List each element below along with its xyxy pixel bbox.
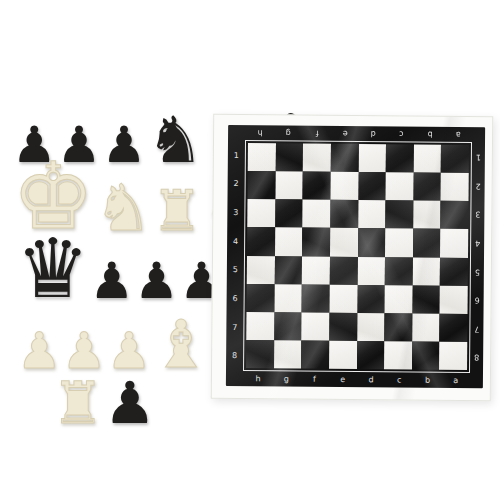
chess-piece-black-pawn: ♟ — [104, 380, 156, 428]
coordinate-label: 5 — [471, 258, 484, 287]
chess-piece-white-rook: ♜ — [152, 188, 202, 234]
board-square-d3 — [358, 200, 386, 228]
coordinate-label: d — [359, 127, 387, 140]
chess-piece-white-bishop: ♝ — [151, 318, 210, 372]
coordinate-label: 1 — [230, 141, 243, 170]
coordinate-label: 4 — [229, 227, 242, 256]
board-square-e4 — [330, 228, 358, 256]
coordinate-label: 7 — [470, 315, 483, 344]
product-photo: ♟♟♟♞♞♝♜ ♚♞♜♞♝♟♟♟ ♛♟♟♟♚♟♜♝ ♟♟♟♝♛♟♟ ♜♟ hgf… — [0, 0, 500, 500]
coordinate-label: d — [357, 373, 385, 386]
coordinate-label: 5 — [229, 255, 242, 284]
board-square-a7 — [440, 314, 468, 342]
board-square-d4 — [358, 228, 386, 256]
board-square-c1 — [386, 144, 414, 172]
board-square-d6 — [357, 285, 385, 313]
board-square-c4 — [385, 229, 413, 257]
coordinate-label: g — [272, 372, 300, 385]
board-square-f4 — [302, 228, 330, 256]
board-square-d2 — [358, 172, 386, 200]
coordinate-label: a — [444, 128, 472, 141]
board-square-h2 — [248, 171, 276, 199]
board-square-g3 — [275, 200, 303, 228]
board-square-g5 — [274, 256, 302, 284]
coordinate-label: 4 — [471, 229, 484, 258]
board-square-c5 — [385, 257, 413, 285]
board-square-f6 — [302, 284, 330, 312]
coordinate-label: f — [303, 127, 331, 140]
chessboard-mat: hgfedcba hgfedcba 12345678 12345678 — [211, 114, 493, 401]
piece-row-4: ♟♟♟♝♛♟♟ — [17, 296, 213, 372]
piece-row-5: ♜♟ — [52, 378, 128, 428]
coordinate-label: f — [300, 373, 328, 386]
board-square-e7 — [329, 313, 357, 341]
board-square-f1 — [303, 144, 331, 172]
board-square-e2 — [330, 172, 358, 200]
board-square-d8 — [357, 341, 385, 369]
chess-piece-black-queen: ♛ — [16, 235, 90, 302]
coordinate-label: h — [246, 126, 274, 139]
coordinate-label: 3 — [471, 200, 484, 229]
board-square-a2 — [441, 173, 469, 201]
chess-piece-white-rook: ♜ — [52, 380, 104, 428]
board-square-b1 — [413, 145, 441, 173]
board-square-a8 — [439, 342, 467, 370]
chess-piece-white-knight: ♞ — [94, 182, 151, 234]
board-frame — [243, 140, 472, 373]
chess-piece-white-pawn: ♟ — [62, 331, 107, 372]
board-square-e1 — [331, 144, 359, 172]
board-square-b3 — [413, 201, 441, 229]
board-square-a3 — [441, 201, 469, 229]
chessboard-grid — [246, 143, 469, 370]
board-square-e6 — [329, 284, 357, 312]
board-square-b8 — [412, 341, 440, 369]
board-square-f7 — [302, 312, 330, 340]
piece-row-3: ♛♟♟♟♚♟♜♝ — [16, 232, 212, 302]
coordinate-label: c — [385, 373, 413, 386]
coordinate-label: 2 — [230, 170, 243, 199]
board-square-c7 — [384, 313, 412, 341]
board-square-b7 — [412, 313, 440, 341]
board-square-b2 — [413, 173, 441, 201]
board-square-h6 — [247, 284, 275, 312]
coordinate-label: h — [244, 372, 272, 385]
coordinate-label: 3 — [229, 198, 242, 227]
board-square-g1 — [275, 143, 303, 171]
board-square-f2 — [303, 172, 331, 200]
board-square-h7 — [246, 312, 274, 340]
board-square-e5 — [330, 256, 358, 284]
board-square-e3 — [330, 200, 358, 228]
board-square-b6 — [412, 285, 440, 313]
coordinate-label: 6 — [229, 284, 242, 313]
board-square-e8 — [329, 341, 357, 369]
board-square-c3 — [385, 201, 413, 229]
board-square-h3 — [247, 199, 275, 227]
board-square-h1 — [248, 143, 276, 171]
board-square-f5 — [302, 256, 330, 284]
coordinate-label: a — [442, 374, 470, 387]
chess-piece-white-pawn: ♟ — [17, 331, 62, 372]
board-square-a6 — [440, 285, 468, 313]
board-square-a4 — [440, 229, 468, 257]
coordinate-label: c — [387, 127, 415, 140]
coordinate-label: e — [331, 127, 359, 140]
board-square-d5 — [357, 257, 385, 285]
board-square-f8 — [301, 340, 329, 368]
board-square-a1 — [441, 145, 469, 173]
coordinate-label: 8 — [228, 341, 241, 370]
coordinate-label: g — [274, 126, 302, 139]
board-square-g2 — [275, 171, 303, 199]
board-square-h4 — [247, 227, 275, 255]
coordinate-label: b — [413, 374, 441, 387]
board-square-d1 — [358, 144, 386, 172]
board-square-g6 — [274, 284, 302, 312]
board-square-g4 — [275, 228, 303, 256]
board-square-f3 — [303, 200, 331, 228]
coordinate-label: 2 — [472, 172, 485, 201]
file-labels-bottom: hgfedcba — [244, 372, 470, 387]
board-square-b5 — [413, 257, 441, 285]
board-square-h5 — [247, 256, 275, 284]
coordinate-label: 6 — [471, 286, 484, 315]
chess-piece-white-pawn: ♟ — [107, 331, 152, 372]
rank-labels-right: 12345678 — [470, 143, 485, 372]
board-square-h8 — [246, 340, 274, 368]
board-square-g7 — [274, 312, 302, 340]
board-square-b4 — [413, 229, 441, 257]
board-square-g8 — [274, 340, 302, 368]
coordinate-label: 1 — [472, 143, 485, 172]
board-square-c6 — [385, 285, 413, 313]
board-square-c8 — [384, 341, 412, 369]
board-square-d7 — [357, 313, 385, 341]
board-square-a5 — [440, 257, 468, 285]
coordinate-label: 7 — [228, 313, 241, 342]
coordinate-label: b — [416, 128, 444, 141]
rank-labels-left: 12345678 — [228, 141, 243, 370]
coordinate-label: 8 — [470, 343, 483, 372]
coordinate-label: e — [329, 373, 357, 386]
file-labels-top: hgfedcba — [246, 126, 472, 141]
board-square-c2 — [386, 172, 414, 200]
